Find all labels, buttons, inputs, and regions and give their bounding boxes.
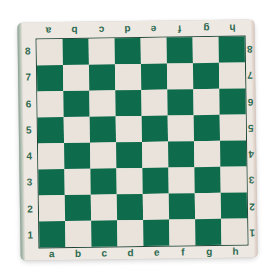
file-label-bottom-f: f [170,245,196,258]
rank-label-left-1: 1 [22,222,38,248]
vinyl-right-edge [250,19,257,257]
file-label-top-g: g [193,20,219,36]
rank-label-left-4: 4 [21,143,37,169]
rank-label-right-6: 6 [245,88,255,114]
rank-label-right-1: 1 [247,219,257,245]
square-c6[interactable] [89,90,115,116]
rank-label-left-2: 2 [22,196,38,222]
square-b3[interactable] [64,169,90,195]
square-e5[interactable] [142,116,168,142]
file-label-bottom-h: h [222,244,248,257]
square-f7[interactable] [167,63,193,89]
square-b8[interactable] [63,39,89,65]
rank-label-right-4: 4 [246,140,256,166]
square-d7[interactable] [115,64,141,90]
square-h4[interactable] [220,140,246,166]
square-b4[interactable] [64,143,90,169]
square-c2[interactable] [91,194,117,220]
square-a4[interactable] [38,143,64,169]
rank-label-left-3: 3 [21,170,37,196]
square-c8[interactable] [89,38,115,64]
square-g4[interactable] [194,141,220,167]
file-label-bottom-d: d [117,246,143,259]
board-grid [36,35,249,248]
square-f8[interactable] [167,37,193,63]
square-g3[interactable] [194,167,220,193]
square-f1[interactable] [169,219,195,245]
square-a5[interactable] [38,117,64,143]
file-label-top-f: f [167,20,193,36]
square-g5[interactable] [194,115,220,141]
square-a6[interactable] [37,91,63,117]
file-label-bottom-a: a [38,247,64,260]
square-e8[interactable] [141,38,167,64]
file-label-bottom-c: c [91,246,117,259]
square-d3[interactable] [116,168,142,194]
square-f3[interactable] [168,167,194,193]
square-a2[interactable] [39,195,65,221]
square-b5[interactable] [64,117,90,143]
square-d8[interactable] [115,38,141,64]
square-b6[interactable] [63,91,89,117]
rank-label-left-8: 8 [20,38,36,64]
square-g6[interactable] [193,89,219,115]
square-c4[interactable] [90,142,116,168]
square-b1[interactable] [65,221,91,247]
rank-label-left-6: 6 [20,91,36,117]
file-label-top-b: b [62,22,88,38]
square-h6[interactable] [219,88,245,114]
file-label-top-a: a [35,22,61,38]
chessboard: abcdefgh abcdefgh 87654321 87654321 [17,19,257,260]
file-label-bottom-g: g [196,245,222,258]
rank-label-left-5: 5 [21,117,37,143]
file-label-bottom-b: b [65,247,91,260]
file-label-top-d: d [114,21,140,37]
square-h8[interactable] [219,36,245,62]
square-g1[interactable] [195,219,221,245]
rank-label-left-7: 7 [20,65,36,91]
square-h1[interactable] [221,218,247,244]
square-h3[interactable] [220,166,246,192]
square-f5[interactable] [168,115,194,141]
photo-background: abcdefgh abcdefgh 87654321 87654321 [0,0,280,280]
square-e3[interactable] [142,168,168,194]
rank-label-right-2: 2 [247,193,257,219]
square-c1[interactable] [91,220,117,246]
square-f6[interactable] [167,89,193,115]
square-b7[interactable] [63,65,89,91]
square-e7[interactable] [141,64,167,90]
square-a3[interactable] [38,169,64,195]
square-e6[interactable] [141,90,167,116]
rank-label-right-7: 7 [245,62,255,88]
square-h5[interactable] [220,114,246,140]
square-d4[interactable] [116,142,142,168]
square-c7[interactable] [89,64,115,90]
square-e2[interactable] [143,194,169,220]
square-c3[interactable] [90,168,116,194]
square-a8[interactable] [37,39,63,65]
square-d1[interactable] [117,220,143,246]
square-c5[interactable] [90,116,116,142]
square-a7[interactable] [37,65,63,91]
file-label-bottom-e: e [143,246,169,259]
square-e4[interactable] [142,142,168,168]
file-label-top-c: c [88,21,114,37]
square-h7[interactable] [219,62,245,88]
square-d6[interactable] [115,90,141,116]
rank-label-right-8: 8 [245,35,255,61]
square-a1[interactable] [39,221,65,247]
square-f2[interactable] [169,193,195,219]
square-g8[interactable] [193,37,219,63]
rank-label-right-5: 5 [246,114,256,140]
square-f4[interactable] [168,141,194,167]
file-label-top-h: h [219,19,245,35]
file-label-top-e: e [140,21,166,37]
rank-label-right-3: 3 [246,167,256,193]
square-d5[interactable] [116,116,142,142]
square-e1[interactable] [143,220,169,246]
square-d2[interactable] [117,194,143,220]
vinyl-left-edge [17,23,25,261]
square-g2[interactable] [195,193,221,219]
square-b2[interactable] [65,195,91,221]
square-g7[interactable] [193,63,219,89]
square-h2[interactable] [221,192,247,218]
